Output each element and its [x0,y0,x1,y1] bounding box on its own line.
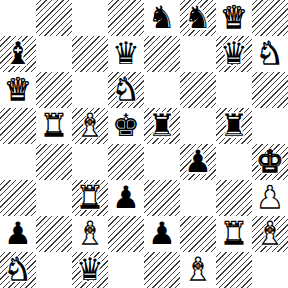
square-d1[interactable] [108,252,144,288]
square-h7[interactable]: ♞ [252,36,288,72]
square-h3[interactable]: ♟ [252,180,288,216]
white-rook: ♜ [220,216,248,251]
square-b6[interactable] [36,72,72,108]
square-h6[interactable] [252,72,288,108]
square-b7[interactable] [36,36,72,72]
white-bishop: ♝ [76,216,104,251]
square-b4[interactable] [36,144,72,180]
square-d2[interactable] [108,216,144,252]
square-c7[interactable] [72,36,108,72]
black-queen: ♛ [220,36,248,71]
black-queen: ♛ [76,252,104,287]
square-a8[interactable] [0,0,36,36]
white-knight: ♞ [256,36,284,71]
square-f1[interactable]: ♝ [180,252,216,288]
square-c3[interactable]: ♜ [72,180,108,216]
square-d6[interactable]: ♞ [108,72,144,108]
square-e1[interactable] [144,252,180,288]
square-f3[interactable] [180,180,216,216]
white-rook: ♜ [40,108,68,143]
square-e4[interactable] [144,144,180,180]
square-f2[interactable] [180,216,216,252]
square-e8[interactable]: ♞ [144,0,180,36]
black-knight: ♞ [148,0,176,35]
square-a5[interactable] [0,108,36,144]
black-pawn: ♟ [184,144,212,179]
white-queen: ♛ [220,0,248,35]
white-bishop: ♝ [256,216,284,251]
black-queen: ♛ [112,36,140,71]
square-g6[interactable] [216,72,252,108]
white-bishop: ♝ [76,108,104,143]
square-c8[interactable] [72,0,108,36]
square-h5[interactable] [252,108,288,144]
black-rook: ♜ [148,108,176,143]
square-f5[interactable] [180,108,216,144]
square-a3[interactable] [0,180,36,216]
square-h8[interactable] [252,0,288,36]
square-g7[interactable]: ♛ [216,36,252,72]
white-king: ♚ [256,144,284,179]
square-h2[interactable]: ♝ [252,216,288,252]
square-d7[interactable]: ♛ [108,36,144,72]
black-knight: ♞ [184,0,212,35]
square-h1[interactable] [252,252,288,288]
square-c5[interactable]: ♝ [72,108,108,144]
square-h4[interactable]: ♚ [252,144,288,180]
square-c2[interactable]: ♝ [72,216,108,252]
square-g4[interactable] [216,144,252,180]
white-queen: ♛ [4,72,32,107]
square-c6[interactable] [72,72,108,108]
square-a7[interactable]: ♝ [0,36,36,72]
square-g8[interactable]: ♛ [216,0,252,36]
square-a1[interactable]: ♞ [0,252,36,288]
square-e3[interactable] [144,180,180,216]
square-g1[interactable] [216,252,252,288]
square-d8[interactable] [108,0,144,36]
square-b8[interactable] [36,0,72,36]
square-g5[interactable]: ♜ [216,108,252,144]
square-d4[interactable] [108,144,144,180]
square-f6[interactable] [180,72,216,108]
black-rook: ♜ [220,108,248,143]
square-d5[interactable]: ♚ [108,108,144,144]
square-e7[interactable] [144,36,180,72]
square-d3[interactable]: ♟ [108,180,144,216]
black-pawn: ♟ [112,180,140,215]
square-e2[interactable]: ♟ [144,216,180,252]
chess-board: ♞♞♛♝♛♛♞♛♞♜♝♚♜♜♟♚♜♟♟♟♝♟♜♝♞♛♝ [0,0,288,288]
square-e6[interactable] [144,72,180,108]
square-b3[interactable] [36,180,72,216]
square-e5[interactable]: ♜ [144,108,180,144]
black-pawn: ♟ [4,216,32,251]
square-b2[interactable] [36,216,72,252]
white-knight: ♞ [4,252,32,287]
square-c4[interactable] [72,144,108,180]
black-pawn: ♟ [148,216,176,251]
square-a2[interactable]: ♟ [0,216,36,252]
square-b1[interactable] [36,252,72,288]
square-f4[interactable]: ♟ [180,144,216,180]
square-g2[interactable]: ♜ [216,216,252,252]
square-f8[interactable]: ♞ [180,0,216,36]
square-f7[interactable] [180,36,216,72]
square-a4[interactable] [0,144,36,180]
square-a6[interactable]: ♛ [0,72,36,108]
black-king: ♚ [112,108,140,143]
white-rook: ♜ [76,180,104,215]
square-b5[interactable]: ♜ [36,108,72,144]
black-bishop: ♝ [4,36,32,71]
square-g3[interactable] [216,180,252,216]
square-c1[interactable]: ♛ [72,252,108,288]
white-bishop: ♝ [184,252,212,287]
white-pawn: ♟ [256,180,284,215]
white-knight: ♞ [112,72,140,107]
